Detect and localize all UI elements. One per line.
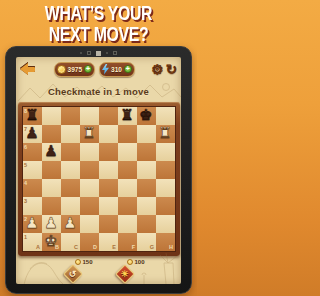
energy-bolt-icon [102, 64, 109, 75]
file-label-e: E [112, 244, 116, 250]
add-coins-button[interactable]: + [84, 65, 92, 73]
square-c7[interactable] [61, 125, 80, 143]
rank-label-1: 1 [24, 234, 27, 240]
indicator-active [96, 51, 101, 56]
rank-label-3: 3 [24, 198, 27, 204]
coins-counter[interactable]: 3975 + [54, 62, 95, 77]
hints-cost-value: 100 [134, 259, 144, 265]
file-label-c: C [74, 244, 78, 250]
square-f5[interactable] [118, 161, 137, 179]
hints-diamond[interactable]: ☀ [115, 264, 135, 284]
hint-sun-icon: ☀ [115, 264, 135, 284]
square-b8[interactable] [42, 107, 61, 125]
square-a7[interactable]: 7♟ [23, 125, 42, 143]
square-h5[interactable] [156, 161, 175, 179]
wp-piece-c2: ♟ [63, 216, 76, 231]
wr-piece-d7: ♜ [82, 126, 95, 141]
br-piece-f8: ♜ [120, 108, 133, 123]
tablet-frame: 3975 + 310 + ⚙ ↻ Checkmate in 1 move 8♜♜… [5, 46, 192, 294]
square-g5[interactable] [137, 161, 156, 179]
square-g8[interactable]: ♚ [137, 107, 156, 125]
indicator-dot [80, 52, 82, 54]
back-arrow-icon-tail [27, 67, 35, 72]
file-label-f: F [132, 244, 135, 250]
file-label-g: G [150, 244, 154, 250]
square-b3[interactable] [42, 197, 61, 215]
wp-piece-b2: ♟ [44, 216, 57, 231]
indicator-square [87, 51, 91, 55]
square-a3[interactable]: 3 [23, 197, 42, 215]
square-a4[interactable]: 4 [23, 179, 42, 197]
square-c8[interactable] [61, 107, 80, 125]
indicator-dot [106, 52, 108, 54]
energy-value: 310 [111, 66, 122, 73]
square-f1[interactable]: F [118, 233, 137, 251]
square-d6[interactable] [80, 143, 99, 161]
square-a8[interactable]: 8♜ [23, 107, 42, 125]
square-e8[interactable] [99, 107, 118, 125]
wr-piece-h7: ♜ [158, 126, 171, 141]
square-c2[interactable]: ♟ [61, 215, 80, 233]
app-topbar: 3975 + 310 + ⚙ ↻ [16, 57, 181, 81]
square-d3[interactable] [80, 197, 99, 215]
square-d1[interactable]: D [80, 233, 99, 251]
square-f2[interactable] [118, 215, 137, 233]
square-b7[interactable] [42, 125, 61, 143]
carousel-indicator [6, 50, 191, 56]
puzzle-title: Checkmate in 1 move [16, 86, 181, 97]
file-label-b: B [55, 244, 59, 250]
coins-value: 3975 [68, 66, 82, 73]
back-button[interactable] [20, 62, 37, 76]
br-piece-a8: ♜ [25, 108, 38, 123]
rank-label-8: 8 [24, 108, 27, 114]
file-label-d: D [93, 244, 97, 250]
square-h8[interactable] [156, 107, 175, 125]
square-e5[interactable] [99, 161, 118, 179]
square-e6[interactable] [99, 143, 118, 161]
undo-diamond[interactable]: ↺ [63, 264, 83, 284]
square-e4[interactable] [99, 179, 118, 197]
square-h6[interactable] [156, 143, 175, 161]
square-f8[interactable]: ♜ [118, 107, 137, 125]
square-f4[interactable] [118, 179, 137, 197]
undo-button[interactable]: 150 ↺ Undo [55, 258, 91, 284]
square-c5[interactable] [61, 161, 80, 179]
square-c6[interactable] [61, 143, 80, 161]
square-e2[interactable] [99, 215, 118, 233]
square-a6[interactable]: 6 [23, 143, 42, 161]
add-energy-button[interactable]: + [124, 65, 132, 73]
undo-cost-value: 150 [82, 259, 92, 265]
rank-label-6: 6 [24, 144, 27, 150]
square-h4[interactable] [156, 179, 175, 197]
square-b5[interactable] [42, 161, 61, 179]
square-b1[interactable]: B♚ [42, 233, 61, 251]
square-e3[interactable] [99, 197, 118, 215]
file-label-h: H [169, 244, 173, 250]
square-e7[interactable] [99, 125, 118, 143]
chess-board-frame: 8♜♜♚7♟♜♜6♟5432♟♟♟1AB♚CDEFGH [18, 102, 180, 256]
square-a2[interactable]: 2♟ [23, 215, 42, 233]
square-d8[interactable] [80, 107, 99, 125]
hints-button[interactable]: 100 ☀ Hints [107, 258, 143, 284]
square-c3[interactable] [61, 197, 80, 215]
square-b4[interactable] [42, 179, 61, 197]
square-f6[interactable] [118, 143, 137, 161]
app-screen: 3975 + 310 + ⚙ ↻ Checkmate in 1 move 8♜♜… [16, 57, 181, 284]
square-b6[interactable]: ♟ [42, 143, 61, 161]
square-g6[interactable] [137, 143, 156, 161]
square-g2[interactable] [137, 215, 156, 233]
square-g4[interactable] [137, 179, 156, 197]
rank-label-4: 4 [24, 180, 27, 186]
square-c1[interactable]: C [61, 233, 80, 251]
settings-gear-icon[interactable]: ⚙ [151, 63, 163, 76]
square-e1[interactable]: E [99, 233, 118, 251]
headline: WHAT’S YOUR NEXT MOVE? [12, 4, 185, 45]
square-g3[interactable] [137, 197, 156, 215]
square-c4[interactable] [61, 179, 80, 197]
coin-icon [57, 65, 66, 74]
square-h3[interactable] [156, 197, 175, 215]
square-h7[interactable]: ♜ [156, 125, 175, 143]
square-f3[interactable] [118, 197, 137, 215]
indicator-square [113, 51, 117, 55]
headline-line2: NEXT MOVE? [12, 25, 185, 46]
square-g7[interactable] [137, 125, 156, 143]
square-h1[interactable]: H [156, 233, 175, 251]
square-b2[interactable]: ♟ [42, 215, 61, 233]
square-d2[interactable] [80, 215, 99, 233]
bp-piece-a7: ♟ [25, 126, 38, 141]
energy-counter[interactable]: 310 + [99, 62, 135, 77]
store-screenshot: { "game": "chess", "position": { "fen": … [0, 0, 197, 296]
bk-piece-g8: ♚ [139, 108, 152, 123]
undo-icon: ↺ [63, 264, 83, 284]
bottom-buttons: 150 ↺ Undo 100 ☀ Hints [16, 258, 181, 284]
square-d4[interactable] [80, 179, 99, 197]
chess-board: 8♜♜♚7♟♜♜6♟5432♟♟♟1AB♚CDEFGH [22, 106, 176, 252]
square-a1[interactable]: 1A [23, 233, 42, 251]
resource-pills: 3975 + 310 + [54, 62, 135, 77]
square-d5[interactable] [80, 161, 99, 179]
rank-label-5: 5 [24, 162, 27, 168]
bp-piece-b6: ♟ [44, 144, 57, 159]
headline-line1: WHAT’S YOUR [12, 4, 185, 25]
wp-piece-a2: ♟ [25, 216, 38, 231]
square-a5[interactable]: 5 [23, 161, 42, 179]
file-label-a: A [36, 244, 40, 250]
rank-label-2: 2 [24, 216, 27, 222]
square-h2[interactable] [156, 215, 175, 233]
square-d7[interactable]: ♜ [80, 125, 99, 143]
restart-icon[interactable]: ↻ [166, 63, 177, 76]
square-f7[interactable] [118, 125, 137, 143]
square-g1[interactable]: G [137, 233, 156, 251]
rank-label-7: 7 [24, 126, 27, 132]
